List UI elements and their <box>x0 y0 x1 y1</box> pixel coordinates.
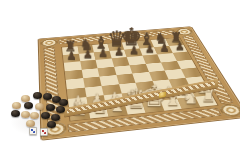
die <box>29 127 37 135</box>
checker-black <box>33 92 42 99</box>
checker-wood <box>35 103 44 110</box>
checker-wood <box>26 120 35 127</box>
checker-wood <box>21 95 30 102</box>
checker-black <box>59 99 68 106</box>
die <box>40 128 48 136</box>
scene: ♜♞♝♛♚♝♞♜♟♟♟♟♟♟♟♟♟♟♟♟♟♟♟♟♜♞♝♛♚♝♞♜ <box>0 0 240 150</box>
checker-black <box>11 110 20 117</box>
brass-clasp <box>159 92 166 98</box>
corner-rosette-nw <box>40 38 58 47</box>
square-b5 <box>81 68 99 78</box>
checker-black <box>41 112 50 119</box>
square-h1: ♜ <box>194 95 217 107</box>
square-h5 <box>176 59 196 69</box>
checker-black <box>51 114 60 121</box>
checker-wood <box>12 102 21 109</box>
checker-black <box>43 93 52 100</box>
checker-wood <box>21 111 30 118</box>
checker-black <box>24 102 33 109</box>
checker-black <box>46 104 55 111</box>
square-c5 <box>97 67 115 77</box>
checker-black <box>47 121 56 128</box>
checker-black <box>56 106 65 113</box>
checker-wood <box>30 112 39 119</box>
square-a5 <box>65 70 83 80</box>
